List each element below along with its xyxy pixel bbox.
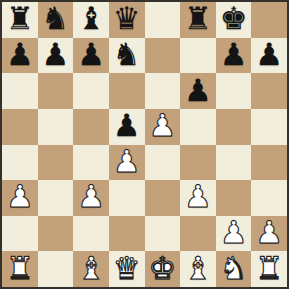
piece-white-rook[interactable]: ♜ bbox=[255, 251, 283, 285]
piece-white-pawn[interactable]: ♟ bbox=[255, 216, 283, 250]
square-e6[interactable] bbox=[145, 73, 181, 109]
piece-black-king[interactable]: ♚ bbox=[220, 2, 248, 36]
square-f8[interactable]: ♜ bbox=[180, 2, 216, 38]
square-h3[interactable] bbox=[251, 180, 287, 216]
piece-black-pawn[interactable]: ♟ bbox=[42, 38, 70, 72]
square-f2[interactable] bbox=[180, 216, 216, 252]
square-b4[interactable] bbox=[38, 145, 74, 181]
square-f5[interactable] bbox=[180, 109, 216, 145]
square-g1[interactable]: ♞ bbox=[216, 251, 252, 287]
square-e3[interactable] bbox=[145, 180, 181, 216]
square-b3[interactable] bbox=[38, 180, 74, 216]
square-d8[interactable]: ♛ bbox=[109, 2, 145, 38]
piece-white-pawn[interactable]: ♟ bbox=[148, 109, 176, 143]
piece-white-king[interactable]: ♚ bbox=[148, 251, 176, 285]
square-a4[interactable] bbox=[2, 145, 38, 181]
piece-black-rook[interactable]: ♜ bbox=[6, 2, 34, 36]
square-a8[interactable]: ♜ bbox=[2, 2, 38, 38]
square-g8[interactable]: ♚ bbox=[216, 2, 252, 38]
piece-black-pawn[interactable]: ♟ bbox=[220, 38, 248, 72]
square-a3[interactable]: ♟ bbox=[2, 180, 38, 216]
square-c5[interactable] bbox=[73, 109, 109, 145]
square-e8[interactable] bbox=[145, 2, 181, 38]
piece-black-rook[interactable]: ♜ bbox=[184, 2, 212, 36]
square-d5[interactable]: ♟ bbox=[109, 109, 145, 145]
piece-white-knight[interactable]: ♞ bbox=[220, 251, 248, 285]
square-f4[interactable] bbox=[180, 145, 216, 181]
square-h1[interactable]: ♜ bbox=[251, 251, 287, 287]
square-d2[interactable] bbox=[109, 216, 145, 252]
piece-white-pawn[interactable]: ♟ bbox=[184, 180, 212, 214]
square-b2[interactable] bbox=[38, 216, 74, 252]
square-c1[interactable]: ♝ bbox=[73, 251, 109, 287]
square-d4[interactable]: ♟ bbox=[109, 145, 145, 181]
square-d6[interactable] bbox=[109, 73, 145, 109]
piece-white-pawn[interactable]: ♟ bbox=[77, 180, 105, 214]
piece-white-pawn[interactable]: ♟ bbox=[113, 145, 141, 179]
piece-black-pawn[interactable]: ♟ bbox=[184, 73, 212, 107]
square-a6[interactable] bbox=[2, 73, 38, 109]
square-c4[interactable] bbox=[73, 145, 109, 181]
square-f7[interactable] bbox=[180, 38, 216, 74]
square-b5[interactable] bbox=[38, 109, 74, 145]
square-b1[interactable] bbox=[38, 251, 74, 287]
square-a5[interactable] bbox=[2, 109, 38, 145]
piece-white-bishop[interactable]: ♝ bbox=[184, 251, 212, 285]
square-c8[interactable]: ♝ bbox=[73, 2, 109, 38]
square-h2[interactable]: ♟ bbox=[251, 216, 287, 252]
square-h7[interactable]: ♟ bbox=[251, 38, 287, 74]
piece-black-bishop[interactable]: ♝ bbox=[77, 2, 105, 36]
square-a2[interactable] bbox=[2, 216, 38, 252]
square-e5[interactable]: ♟ bbox=[145, 109, 181, 145]
square-g6[interactable] bbox=[216, 73, 252, 109]
square-h5[interactable] bbox=[251, 109, 287, 145]
square-f3[interactable]: ♟ bbox=[180, 180, 216, 216]
square-e1[interactable]: ♚ bbox=[145, 251, 181, 287]
square-e2[interactable] bbox=[145, 216, 181, 252]
square-h4[interactable] bbox=[251, 145, 287, 181]
piece-white-pawn[interactable]: ♟ bbox=[6, 180, 34, 214]
piece-black-pawn[interactable]: ♟ bbox=[113, 109, 141, 143]
square-c2[interactable] bbox=[73, 216, 109, 252]
square-g4[interactable] bbox=[216, 145, 252, 181]
piece-black-pawn[interactable]: ♟ bbox=[6, 38, 34, 72]
square-d7[interactable]: ♞ bbox=[109, 38, 145, 74]
chess-board: ♜♞♝♛♜♚♟♟♟♞♟♟♟♟♟♟♟♟♟♟♟♜♝♛♚♝♞♜ bbox=[2, 2, 287, 287]
chess-board-frame: ♜♞♝♛♜♚♟♟♟♞♟♟♟♟♟♟♟♟♟♟♟♜♝♛♚♝♞♜ bbox=[0, 0, 289, 289]
square-g7[interactable]: ♟ bbox=[216, 38, 252, 74]
piece-white-queen[interactable]: ♛ bbox=[113, 251, 141, 285]
piece-white-pawn[interactable]: ♟ bbox=[220, 216, 248, 250]
square-b7[interactable]: ♟ bbox=[38, 38, 74, 74]
piece-black-knight[interactable]: ♞ bbox=[42, 2, 70, 36]
square-h8[interactable] bbox=[251, 2, 287, 38]
square-d1[interactable]: ♛ bbox=[109, 251, 145, 287]
square-h6[interactable] bbox=[251, 73, 287, 109]
square-a1[interactable]: ♜ bbox=[2, 251, 38, 287]
square-f1[interactable]: ♝ bbox=[180, 251, 216, 287]
square-g5[interactable] bbox=[216, 109, 252, 145]
square-b6[interactable] bbox=[38, 73, 74, 109]
piece-white-bishop[interactable]: ♝ bbox=[77, 251, 105, 285]
piece-black-queen[interactable]: ♛ bbox=[113, 2, 141, 36]
square-b8[interactable]: ♞ bbox=[38, 2, 74, 38]
square-c3[interactable]: ♟ bbox=[73, 180, 109, 216]
square-e7[interactable] bbox=[145, 38, 181, 74]
square-g2[interactable]: ♟ bbox=[216, 216, 252, 252]
square-a7[interactable]: ♟ bbox=[2, 38, 38, 74]
square-e4[interactable] bbox=[145, 145, 181, 181]
piece-black-knight[interactable]: ♞ bbox=[113, 38, 141, 72]
piece-black-pawn[interactable]: ♟ bbox=[77, 38, 105, 72]
square-g3[interactable] bbox=[216, 180, 252, 216]
square-d3[interactable] bbox=[109, 180, 145, 216]
square-c6[interactable] bbox=[73, 73, 109, 109]
piece-white-rook[interactable]: ♜ bbox=[6, 251, 34, 285]
square-f6[interactable]: ♟ bbox=[180, 73, 216, 109]
square-c7[interactable]: ♟ bbox=[73, 38, 109, 74]
piece-black-pawn[interactable]: ♟ bbox=[255, 38, 283, 72]
